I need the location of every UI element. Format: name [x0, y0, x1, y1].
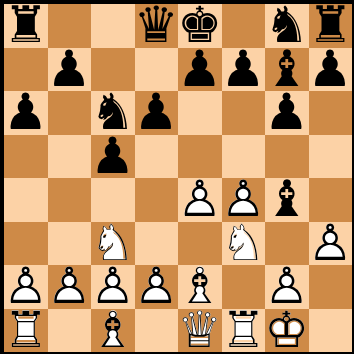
square-h6[interactable] [309, 91, 353, 135]
square-a4[interactable] [4, 178, 48, 222]
black-piece-glyph: ♛ [135, 4, 179, 48]
square-d5[interactable] [135, 135, 179, 179]
square-a1[interactable]: ♜♖ [4, 309, 48, 353]
square-g4[interactable]: ♝ [265, 178, 309, 222]
black-pawn-b7[interactable]: ♟ [48, 48, 92, 92]
black-piece-glyph: ♟ [309, 48, 353, 92]
square-e7[interactable]: ♟ [178, 48, 222, 92]
black-pawn-a6[interactable]: ♟ [4, 91, 48, 135]
chess-board: ♜♛♚♞♜♟♟♟♝♟♟♞♟♟♟♟♙♟♙♝♞♘♞♘♟♙♟♙♟♙♟♙♟♙♝♗♟♙♜♖… [4, 4, 352, 352]
square-d8[interactable]: ♛ [135, 4, 179, 48]
white-king-g1[interactable]: ♚♔ [265, 309, 309, 353]
square-b6[interactable] [48, 91, 92, 135]
white-piece-outline-glyph: ♘ [222, 222, 266, 266]
square-c1[interactable]: ♝♗ [91, 309, 135, 353]
black-piece-glyph: ♟ [48, 48, 92, 92]
square-g6[interactable]: ♟ [265, 91, 309, 135]
black-rook-a8[interactable]: ♜ [4, 4, 48, 48]
white-piece-outline-glyph: ♔ [265, 309, 309, 353]
black-piece-glyph: ♟ [265, 91, 309, 135]
white-bishop-c1[interactable]: ♝♗ [91, 309, 135, 353]
white-pawn-e4[interactable]: ♟♙ [178, 178, 222, 222]
white-piece-outline-glyph: ♙ [135, 265, 179, 309]
black-pawn-c5[interactable]: ♟ [91, 135, 135, 179]
black-piece-glyph: ♟ [4, 91, 48, 135]
black-pawn-g6[interactable]: ♟ [265, 91, 309, 135]
square-h5[interactable] [309, 135, 353, 179]
square-c8[interactable] [91, 4, 135, 48]
square-f6[interactable] [222, 91, 266, 135]
black-piece-glyph: ♜ [4, 4, 48, 48]
white-pawn-h3[interactable]: ♟♙ [309, 222, 353, 266]
square-e1[interactable]: ♛♕ [178, 309, 222, 353]
black-pawn-d6[interactable]: ♟ [135, 91, 179, 135]
square-h3[interactable]: ♟♙ [309, 222, 353, 266]
square-d1[interactable] [135, 309, 179, 353]
square-h1[interactable] [309, 309, 353, 353]
square-e4[interactable]: ♟♙ [178, 178, 222, 222]
white-piece-outline-glyph: ♖ [4, 309, 48, 353]
black-piece-glyph: ♟ [178, 48, 222, 92]
square-a8[interactable]: ♜ [4, 4, 48, 48]
black-piece-glyph: ♟ [135, 91, 179, 135]
square-e6[interactable] [178, 91, 222, 135]
square-d2[interactable]: ♟♙ [135, 265, 179, 309]
white-piece-outline-glyph: ♕ [178, 309, 222, 353]
black-pawn-f7[interactable]: ♟ [222, 48, 266, 92]
square-a5[interactable] [4, 135, 48, 179]
square-b4[interactable] [48, 178, 92, 222]
square-a6[interactable]: ♟ [4, 91, 48, 135]
white-rook-f1[interactable]: ♜♖ [222, 309, 266, 353]
black-piece-glyph: ♟ [222, 48, 266, 92]
black-piece-glyph: ♟ [91, 135, 135, 179]
white-piece-outline-glyph: ♙ [309, 222, 353, 266]
square-b2[interactable]: ♟♙ [48, 265, 92, 309]
square-b5[interactable] [48, 135, 92, 179]
black-bishop-g4[interactable]: ♝ [265, 178, 309, 222]
square-d4[interactable] [135, 178, 179, 222]
black-pawn-e7[interactable]: ♟ [178, 48, 222, 92]
square-h2[interactable] [309, 265, 353, 309]
square-b1[interactable] [48, 309, 92, 353]
white-pawn-d2[interactable]: ♟♙ [135, 265, 179, 309]
square-b7[interactable]: ♟ [48, 48, 92, 92]
white-knight-f3[interactable]: ♞♘ [222, 222, 266, 266]
square-d6[interactable]: ♟ [135, 91, 179, 135]
white-piece-outline-glyph: ♙ [48, 265, 92, 309]
white-piece-outline-glyph: ♗ [91, 309, 135, 353]
white-queen-e1[interactable]: ♛♕ [178, 309, 222, 353]
square-h7[interactable]: ♟ [309, 48, 353, 92]
square-g1[interactable]: ♚♔ [265, 309, 309, 353]
black-piece-glyph: ♝ [265, 178, 309, 222]
black-pawn-h7[interactable]: ♟ [309, 48, 353, 92]
black-queen-d8[interactable]: ♛ [135, 4, 179, 48]
white-piece-outline-glyph: ♖ [222, 309, 266, 353]
board-frame: ♜♛♚♞♜♟♟♟♝♟♟♞♟♟♟♟♙♟♙♝♞♘♞♘♟♙♟♙♟♙♟♙♟♙♝♗♟♙♜♖… [0, 0, 354, 354]
square-c5[interactable]: ♟ [91, 135, 135, 179]
square-f1[interactable]: ♜♖ [222, 309, 266, 353]
square-f3[interactable]: ♞♘ [222, 222, 266, 266]
square-f7[interactable]: ♟ [222, 48, 266, 92]
white-pawn-b2[interactable]: ♟♙ [48, 265, 92, 309]
white-rook-a1[interactable]: ♜♖ [4, 309, 48, 353]
white-piece-outline-glyph: ♙ [178, 178, 222, 222]
